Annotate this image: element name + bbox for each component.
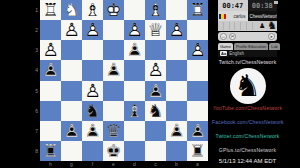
piece-white-pawn: ♟♙ bbox=[145, 60, 166, 80]
piece-black-pawn: ♟♙ bbox=[40, 60, 61, 80]
square-a1[interactable]: ♜♖ bbox=[187, 0, 208, 20]
piece-black-pawn: ♟♙ bbox=[124, 40, 145, 60]
square-d1[interactable] bbox=[124, 0, 145, 20]
romania-flag-icon bbox=[219, 14, 226, 19]
square-g5[interactable] bbox=[61, 81, 82, 101]
chat-toolbar[interactable]: ☺ ✉ ➤ bbox=[218, 32, 277, 41]
square-f2[interactable]: ♟♙ bbox=[82, 20, 103, 40]
square-b3[interactable] bbox=[166, 40, 187, 60]
datetime-footer: 5/1/13 12:44 AM EDT bbox=[210, 158, 285, 164]
piece-black-queen: ♛♕ bbox=[103, 121, 124, 141]
square-b4[interactable] bbox=[166, 60, 187, 80]
tray-slot bbox=[247, 22, 253, 30]
square-c1[interactable]: ♝♗ bbox=[145, 0, 166, 20]
chess-board: ♜♖♞♘♝♗♚♔♝♗♜♖♟♙♟♙♟♙♛♕♟♙♟♙♟♙♟♙♟♙♟♙♟♙♟♙♟♙♞♘… bbox=[40, 0, 208, 161]
player-left: carlos bbox=[218, 11, 248, 21]
square-b1[interactable] bbox=[166, 0, 187, 20]
square-c6[interactable]: ♞♘ bbox=[145, 101, 166, 121]
piece-white-knight: ♞♘ bbox=[61, 0, 82, 20]
square-a6[interactable] bbox=[187, 101, 208, 121]
square-g4[interactable] bbox=[61, 60, 82, 80]
square-g2[interactable]: ♟♙ bbox=[61, 20, 82, 40]
square-c4[interactable]: ♟♙ bbox=[145, 60, 166, 80]
white-clock: 00:47 bbox=[218, 0, 248, 11]
square-c2[interactable]: ♛♕ bbox=[145, 20, 166, 40]
facebook-link: Facebook.com/ChessNetwork bbox=[212, 119, 283, 125]
square-b7[interactable]: ♟♙ bbox=[166, 121, 187, 141]
tab-profile-education[interactable]: Profile Education bbox=[234, 43, 268, 50]
square-a7[interactable]: ♟♙ bbox=[187, 121, 208, 141]
piece-black-pawn: ♟♙ bbox=[61, 121, 82, 141]
gplus-link: GPlus.to/ChessNetwork bbox=[212, 147, 283, 153]
square-a4[interactable] bbox=[187, 60, 208, 80]
square-f3[interactable] bbox=[82, 40, 103, 60]
piece-white-pawn: ♟♙ bbox=[187, 40, 208, 60]
square-g6[interactable] bbox=[61, 101, 82, 121]
tab-bar: GameProfile EducationLab bbox=[218, 42, 277, 50]
square-e8[interactable]: ♚♔ bbox=[103, 141, 124, 161]
square-f8[interactable] bbox=[82, 141, 103, 161]
captured-knight-icon: ♞ bbox=[267, 21, 277, 31]
square-h1[interactable]: ♜♖ bbox=[40, 0, 61, 20]
file-labels: hgfedcba bbox=[40, 161, 208, 168]
piece-black-rook: ♜♖ bbox=[187, 141, 208, 161]
square-h8[interactable]: ♜♖ bbox=[40, 141, 61, 161]
language-label: English bbox=[229, 51, 244, 56]
piece-black-bishop: ♝♗ bbox=[124, 101, 145, 121]
square-e1[interactable]: ♚♔ bbox=[103, 0, 124, 20]
square-d6[interactable]: ♝♗ bbox=[124, 101, 145, 121]
square-c3[interactable] bbox=[145, 40, 166, 60]
twitter-link: Twitter.com/ChessNetwork bbox=[212, 133, 283, 139]
black-clock: 00:38 bbox=[248, 0, 278, 11]
square-a3[interactable]: ♟♙ bbox=[187, 40, 208, 60]
captured-pieces-tray: ♟♞ bbox=[218, 21, 277, 31]
file-label-h: h bbox=[40, 161, 61, 168]
square-a5[interactable] bbox=[187, 81, 208, 101]
captured-pawn-icon: ♟ bbox=[259, 21, 265, 31]
file-label-c: c bbox=[145, 161, 166, 168]
language-badge-icon: Aa bbox=[220, 51, 227, 56]
piece-white-pawn: ♟♙ bbox=[166, 20, 187, 40]
piece-black-pawn: ♟♙ bbox=[82, 121, 103, 141]
tab-game[interactable]: Game bbox=[218, 43, 233, 50]
piece-white-pawn: ♟♙ bbox=[82, 81, 103, 101]
square-c7[interactable] bbox=[145, 121, 166, 141]
mail-icon[interactable]: ✉ bbox=[229, 33, 236, 40]
rank-labels: 12345678 bbox=[31, 0, 39, 161]
file-label-b: b bbox=[166, 161, 187, 168]
rank-label-3: 3 bbox=[31, 40, 39, 60]
square-e7[interactable]: ♛♕ bbox=[103, 121, 124, 141]
square-e6[interactable] bbox=[103, 101, 124, 121]
rank-label-8: 8 bbox=[31, 141, 39, 161]
square-a8[interactable]: ♜♖ bbox=[187, 141, 208, 161]
player-left-name: carlos bbox=[233, 14, 245, 19]
square-d4[interactable] bbox=[124, 60, 145, 80]
piece-white-rook: ♜♖ bbox=[40, 0, 61, 20]
twitch-link: Twitch.tv/ChessNetwork bbox=[212, 59, 283, 65]
square-f7[interactable]: ♟♙ bbox=[82, 121, 103, 141]
youtube-link: YouTube.com/ChessNetwork bbox=[212, 105, 283, 111]
piece-black-pawn: ♟♙ bbox=[145, 81, 166, 101]
file-label-f: f bbox=[82, 161, 103, 168]
square-b5[interactable] bbox=[166, 81, 187, 101]
square-d8[interactable] bbox=[124, 141, 145, 161]
rank-label-6: 6 bbox=[31, 101, 39, 121]
square-h6[interactable] bbox=[40, 101, 61, 121]
piece-white-rook: ♜♖ bbox=[187, 0, 208, 20]
chessnetwork-knight-logo: ♞ bbox=[230, 68, 266, 104]
stream-frame: ♜♖♞♘♝♗♚♔♝♗♜♖♟♙♟♙♟♙♛♕♟♙♟♙♟♙♟♙♟♙♟♙♟♙♟♙♟♙♞♘… bbox=[0, 0, 300, 168]
square-h4[interactable]: ♟♙ bbox=[40, 60, 61, 80]
square-g8[interactable] bbox=[61, 141, 82, 161]
file-label-d: d bbox=[124, 161, 145, 168]
square-h3[interactable]: ♟♙ bbox=[40, 40, 61, 60]
square-d2[interactable]: ♟♙ bbox=[124, 20, 145, 40]
rank-label-1: 1 bbox=[31, 0, 39, 20]
square-e4[interactable]: ♟♙ bbox=[103, 60, 124, 80]
square-h7[interactable] bbox=[40, 121, 61, 141]
smiley-icon[interactable]: ☺ bbox=[220, 33, 227, 40]
piece-white-queen: ♛♕ bbox=[145, 20, 166, 40]
player-right-name: ChessNetwork bbox=[250, 14, 278, 19]
game-sidebar: 00:47 00:38 carlos ChessNetwork ♟♞ ☺ ✉ ➤… bbox=[218, 0, 277, 168]
square-g1[interactable]: ♞♘ bbox=[61, 0, 82, 20]
piece-black-pawn: ♟♙ bbox=[166, 121, 187, 141]
knight-icon: ♞ bbox=[234, 68, 261, 104]
piece-white-king: ♚♔ bbox=[103, 0, 124, 20]
piece-white-pawn: ♟♙ bbox=[82, 20, 103, 40]
rank-label-5: 5 bbox=[31, 81, 39, 101]
square-h5[interactable] bbox=[40, 81, 61, 101]
piece-white-pawn: ♟♙ bbox=[40, 40, 61, 60]
piece-white-bishop: ♝♗ bbox=[82, 0, 103, 20]
square-e3[interactable] bbox=[103, 40, 124, 60]
rank-label-2: 2 bbox=[31, 20, 39, 40]
square-f6[interactable]: ♞♘ bbox=[82, 101, 103, 121]
square-b2[interactable]: ♟♙ bbox=[166, 20, 187, 40]
square-d5[interactable] bbox=[124, 81, 145, 101]
square-h2[interactable] bbox=[40, 20, 61, 40]
square-c8[interactable] bbox=[145, 141, 166, 161]
square-g7[interactable]: ♟♙ bbox=[61, 121, 82, 141]
piece-black-knight: ♞♘ bbox=[82, 101, 103, 121]
square-b8[interactable] bbox=[166, 141, 187, 161]
file-label-g: g bbox=[61, 161, 82, 168]
square-f4[interactable] bbox=[82, 60, 103, 80]
rank-label-7: 7 bbox=[31, 121, 39, 141]
square-e5[interactable] bbox=[103, 81, 124, 101]
square-a2[interactable] bbox=[187, 20, 208, 40]
piece-white-pawn: ♟♙ bbox=[124, 20, 145, 40]
piece-black-rook: ♜♖ bbox=[40, 141, 61, 161]
piece-black-knight: ♞♘ bbox=[145, 101, 166, 121]
clock-row: 00:47 00:38 bbox=[218, 0, 277, 11]
square-e2[interactable] bbox=[103, 20, 124, 40]
piece-white-bishop: ♝♗ bbox=[145, 0, 166, 20]
piece-white-pawn: ♟♙ bbox=[61, 20, 82, 40]
minimize-button[interactable] bbox=[274, 1, 278, 4]
square-d3[interactable]: ♟♙ bbox=[124, 40, 145, 60]
square-f5[interactable]: ♟♙ bbox=[82, 81, 103, 101]
piece-black-pawn: ♟♙ bbox=[187, 121, 208, 141]
file-label-a: a bbox=[187, 161, 208, 168]
square-d7[interactable] bbox=[124, 121, 145, 141]
language-row[interactable]: Aa English bbox=[218, 50, 277, 57]
piece-black-king: ♚♔ bbox=[103, 141, 124, 161]
square-f1[interactable]: ♝♗ bbox=[82, 0, 103, 20]
rank-label-4: 4 bbox=[31, 60, 39, 80]
square-g3[interactable] bbox=[61, 40, 82, 60]
file-label-e: e bbox=[103, 161, 124, 168]
square-c5[interactable]: ♟♙ bbox=[145, 81, 166, 101]
send-icon[interactable]: ➤ bbox=[268, 33, 275, 40]
square-b6[interactable] bbox=[166, 101, 187, 121]
piece-black-pawn: ♟♙ bbox=[103, 60, 124, 80]
tab-lab[interactable]: Lab bbox=[269, 43, 280, 50]
